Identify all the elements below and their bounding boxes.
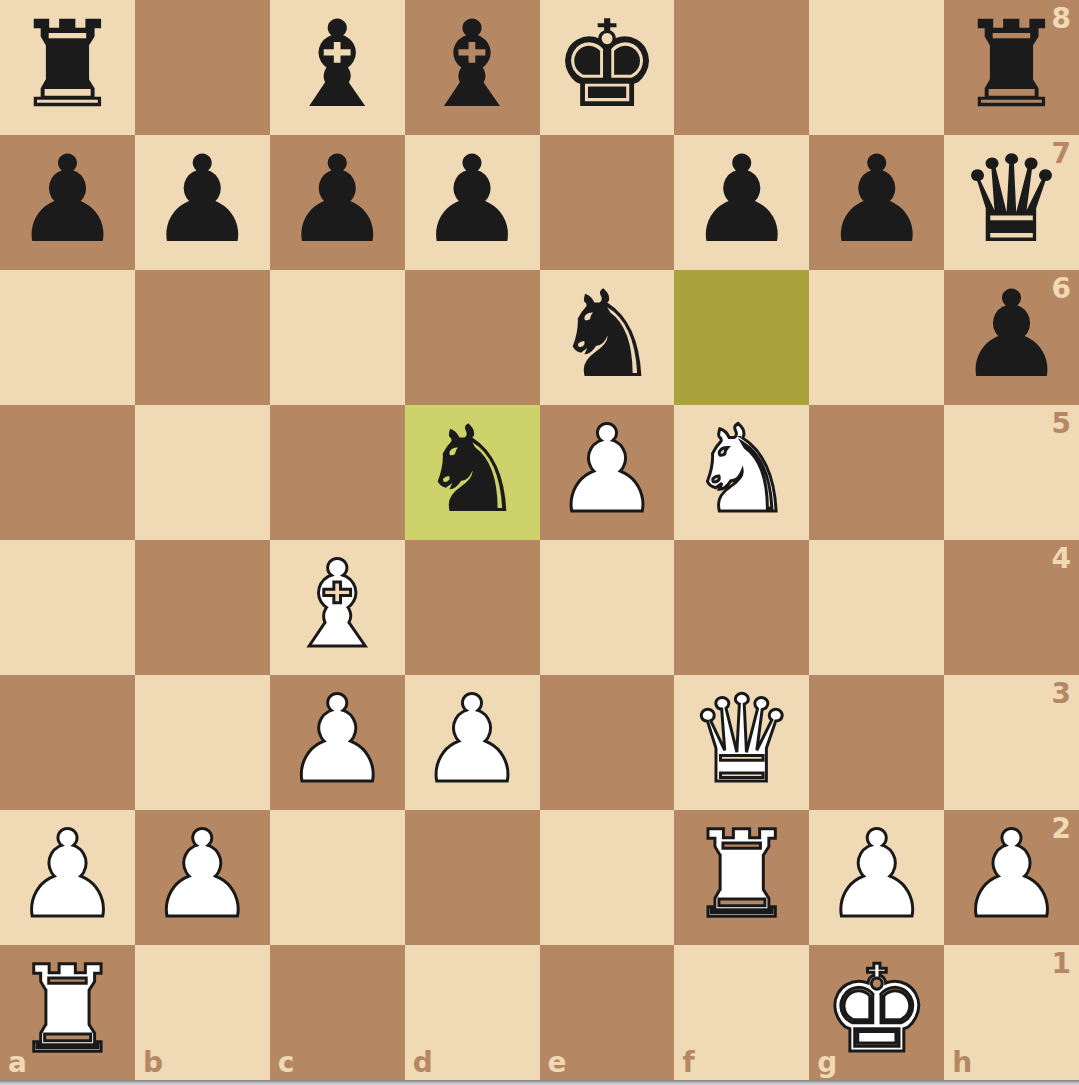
square-b8[interactable] bbox=[135, 0, 270, 135]
chess-app: ♜♝♝♚♜8♟♟♟♟♟♟♛7♞♟6♞♟♞5♝4♟♟♛3♟♟♜♟♟2♜abcdef… bbox=[0, 0, 1079, 1085]
square-e2[interactable] bbox=[540, 810, 675, 945]
square-a2[interactable]: ♟ bbox=[0, 810, 135, 945]
square-e7[interactable] bbox=[540, 135, 675, 270]
square-e1[interactable]: e bbox=[540, 945, 675, 1080]
rank-label-4: 4 bbox=[1052, 545, 1071, 573]
square-c2[interactable] bbox=[270, 810, 405, 945]
square-g1[interactable]: ♚g bbox=[809, 945, 944, 1080]
piece-white-pawn[interactable]: ♟ bbox=[283, 680, 391, 800]
file-label-f: f bbox=[682, 1049, 694, 1077]
square-g2[interactable]: ♟ bbox=[809, 810, 944, 945]
square-h8[interactable]: ♜8 bbox=[944, 0, 1079, 135]
piece-black-pawn[interactable]: ♟ bbox=[149, 140, 257, 260]
square-a1[interactable]: ♜a bbox=[0, 945, 135, 1080]
square-e5[interactable]: ♟ bbox=[540, 405, 675, 540]
piece-black-bishop[interactable]: ♝ bbox=[283, 5, 391, 125]
file-label-d: d bbox=[413, 1049, 433, 1077]
square-c8[interactable]: ♝ bbox=[270, 0, 405, 135]
piece-black-pawn[interactable]: ♟ bbox=[958, 275, 1066, 395]
piece-white-pawn[interactable]: ♟ bbox=[553, 410, 661, 530]
file-label-a: a bbox=[8, 1049, 27, 1077]
piece-white-pawn[interactable]: ♟ bbox=[418, 680, 526, 800]
square-a6[interactable] bbox=[0, 270, 135, 405]
file-label-h: h bbox=[952, 1049, 972, 1077]
square-b6[interactable] bbox=[135, 270, 270, 405]
square-c1[interactable]: c bbox=[270, 945, 405, 1080]
square-d8[interactable]: ♝ bbox=[405, 0, 540, 135]
square-d3[interactable]: ♟ bbox=[405, 675, 540, 810]
square-h5[interactable]: 5 bbox=[944, 405, 1079, 540]
piece-black-pawn[interactable]: ♟ bbox=[688, 140, 796, 260]
file-label-e: e bbox=[548, 1049, 567, 1077]
piece-black-king[interactable]: ♚ bbox=[553, 5, 661, 125]
square-c4[interactable]: ♝ bbox=[270, 540, 405, 675]
square-e8[interactable]: ♚ bbox=[540, 0, 675, 135]
square-d1[interactable]: d bbox=[405, 945, 540, 1080]
square-c5[interactable] bbox=[270, 405, 405, 540]
square-d4[interactable] bbox=[405, 540, 540, 675]
rank-label-2: 2 bbox=[1052, 815, 1071, 843]
square-b7[interactable]: ♟ bbox=[135, 135, 270, 270]
square-a4[interactable] bbox=[0, 540, 135, 675]
piece-black-pawn[interactable]: ♟ bbox=[283, 140, 391, 260]
piece-black-rook[interactable]: ♜ bbox=[14, 5, 122, 125]
square-f5[interactable]: ♞ bbox=[674, 405, 809, 540]
square-g4[interactable] bbox=[809, 540, 944, 675]
square-g6[interactable] bbox=[809, 270, 944, 405]
piece-black-pawn[interactable]: ♟ bbox=[418, 140, 526, 260]
square-e6[interactable]: ♞ bbox=[540, 270, 675, 405]
square-b3[interactable] bbox=[135, 675, 270, 810]
piece-white-pawn[interactable]: ♟ bbox=[14, 815, 122, 935]
piece-black-knight[interactable]: ♞ bbox=[418, 410, 526, 530]
square-h3[interactable]: 3 bbox=[944, 675, 1079, 810]
square-f6[interactable] bbox=[674, 270, 809, 405]
square-g3[interactable] bbox=[809, 675, 944, 810]
square-a8[interactable]: ♜ bbox=[0, 0, 135, 135]
piece-black-queen[interactable]: ♛ bbox=[958, 140, 1066, 260]
piece-white-knight[interactable]: ♞ bbox=[688, 410, 796, 530]
square-b1[interactable]: b bbox=[135, 945, 270, 1080]
chess-board[interactable]: ♜♝♝♚♜8♟♟♟♟♟♟♛7♞♟6♞♟♞5♝4♟♟♛3♟♟♜♟♟2♜abcdef… bbox=[0, 0, 1079, 1080]
square-h7[interactable]: ♛7 bbox=[944, 135, 1079, 270]
square-f3[interactable]: ♛ bbox=[674, 675, 809, 810]
square-e3[interactable] bbox=[540, 675, 675, 810]
square-f2[interactable]: ♜ bbox=[674, 810, 809, 945]
rank-label-3: 3 bbox=[1052, 680, 1071, 708]
page-background-gap bbox=[0, 1080, 1079, 1085]
piece-black-bishop[interactable]: ♝ bbox=[418, 5, 526, 125]
square-d6[interactable] bbox=[405, 270, 540, 405]
square-d5[interactable]: ♞ bbox=[405, 405, 540, 540]
square-h2[interactable]: ♟2 bbox=[944, 810, 1079, 945]
square-c7[interactable]: ♟ bbox=[270, 135, 405, 270]
square-f1[interactable]: f bbox=[674, 945, 809, 1080]
piece-white-queen[interactable]: ♛ bbox=[688, 680, 796, 800]
file-label-g: g bbox=[817, 1049, 837, 1077]
piece-white-king[interactable]: ♚ bbox=[823, 950, 931, 1070]
piece-black-pawn[interactable]: ♟ bbox=[14, 140, 122, 260]
file-label-b: b bbox=[143, 1049, 163, 1077]
square-f8[interactable] bbox=[674, 0, 809, 135]
piece-black-pawn[interactable]: ♟ bbox=[823, 140, 931, 260]
square-a3[interactable] bbox=[0, 675, 135, 810]
square-g5[interactable] bbox=[809, 405, 944, 540]
piece-white-pawn[interactable]: ♟ bbox=[958, 815, 1066, 935]
square-f4[interactable] bbox=[674, 540, 809, 675]
rank-label-7: 7 bbox=[1052, 140, 1071, 168]
square-a7[interactable]: ♟ bbox=[0, 135, 135, 270]
rank-label-5: 5 bbox=[1052, 410, 1071, 438]
square-h6[interactable]: ♟6 bbox=[944, 270, 1079, 405]
square-d2[interactable] bbox=[405, 810, 540, 945]
file-label-c: c bbox=[278, 1049, 295, 1077]
piece-white-pawn[interactable]: ♟ bbox=[149, 815, 257, 935]
rank-label-6: 6 bbox=[1052, 275, 1071, 303]
square-e4[interactable] bbox=[540, 540, 675, 675]
piece-black-knight[interactable]: ♞ bbox=[553, 275, 661, 395]
square-f7[interactable]: ♟ bbox=[674, 135, 809, 270]
square-c6[interactable] bbox=[270, 270, 405, 405]
piece-white-bishop[interactable]: ♝ bbox=[283, 545, 391, 665]
rank-label-1: 1 bbox=[1052, 950, 1071, 978]
square-c3[interactable]: ♟ bbox=[270, 675, 405, 810]
piece-white-rook[interactable]: ♜ bbox=[14, 950, 122, 1070]
square-d7[interactable]: ♟ bbox=[405, 135, 540, 270]
square-h4[interactable]: 4 bbox=[944, 540, 1079, 675]
square-g7[interactable]: ♟ bbox=[809, 135, 944, 270]
square-g8[interactable] bbox=[809, 0, 944, 135]
square-b2[interactable]: ♟ bbox=[135, 810, 270, 945]
rank-label-8: 8 bbox=[1052, 5, 1071, 33]
square-b5[interactable] bbox=[135, 405, 270, 540]
piece-white-rook[interactable]: ♜ bbox=[688, 815, 796, 935]
piece-white-pawn[interactable]: ♟ bbox=[823, 815, 931, 935]
piece-black-rook[interactable]: ♜ bbox=[958, 5, 1066, 125]
square-b4[interactable] bbox=[135, 540, 270, 675]
square-a5[interactable] bbox=[0, 405, 135, 540]
square-h1[interactable]: 1h bbox=[944, 945, 1079, 1080]
